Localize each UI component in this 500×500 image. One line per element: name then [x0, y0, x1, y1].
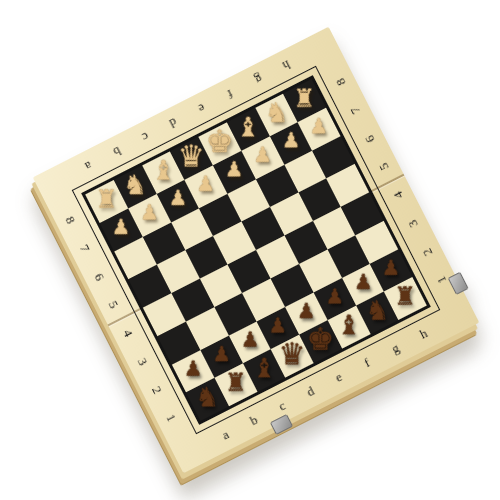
product-photo-scene: abcdefgh abcdefgh 87654321 87654321 ♜♞♝♛… [0, 0, 500, 500]
tan-pawn: ♟ [303, 111, 335, 143]
board-wood-border: abcdefgh abcdefgh 87654321 87654321 ♜♞♝♛… [33, 27, 480, 474]
brown-rook: ♜ [390, 281, 422, 313]
brown-pawn: ♟ [375, 252, 407, 284]
chess-board: abcdefgh abcdefgh 87654321 87654321 ♜♞♝♛… [33, 27, 480, 474]
tan-rook: ♜ [289, 83, 321, 115]
